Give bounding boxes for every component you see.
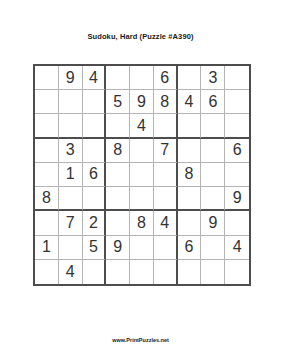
cell-r2c1 [35, 90, 59, 114]
cell-r5c1 [35, 163, 59, 187]
cell-r4c5 [130, 139, 154, 163]
cell-r8c3: 5 [83, 236, 107, 260]
cell-r4c9: 6 [225, 139, 249, 163]
cell-r6c8 [201, 187, 225, 211]
cell-r4c4: 8 [106, 139, 130, 163]
cell-r6c1: 8 [35, 187, 59, 211]
cell-r8c2 [59, 236, 83, 260]
cell-r8c9: 4 [225, 236, 249, 260]
cell-r1c8: 3 [201, 66, 225, 90]
cell-r1c9 [225, 66, 249, 90]
sudoku-grid: 946359846438761688972849159644 [33, 64, 251, 286]
cell-r7c5: 8 [130, 211, 154, 235]
cell-r7c2: 7 [59, 211, 83, 235]
cell-r5c5 [130, 163, 154, 187]
cell-r5c8 [201, 163, 225, 187]
cell-r8c8 [201, 236, 225, 260]
cell-r3c8 [201, 114, 225, 138]
cell-r4c3 [83, 139, 107, 163]
cell-r2c4: 5 [106, 90, 130, 114]
cell-r4c6: 7 [154, 139, 178, 163]
cell-r1c7 [178, 66, 202, 90]
cell-r9c8 [201, 260, 225, 284]
cell-r3c1 [35, 114, 59, 138]
cell-r5c6 [154, 163, 178, 187]
cell-r9c7 [178, 260, 202, 284]
cell-r1c5 [130, 66, 154, 90]
cell-r9c9 [225, 260, 249, 284]
cell-r7c1 [35, 211, 59, 235]
cell-r9c4 [106, 260, 130, 284]
cell-r6c4 [106, 187, 130, 211]
cell-r5c3: 6 [83, 163, 107, 187]
cell-r3c9 [225, 114, 249, 138]
cell-r4c1 [35, 139, 59, 163]
cell-r2c8: 6 [201, 90, 225, 114]
cell-r9c6 [154, 260, 178, 284]
cell-r7c3: 2 [83, 211, 107, 235]
cell-r1c1 [35, 66, 59, 90]
cell-r9c2: 4 [59, 260, 83, 284]
cell-r1c6: 6 [154, 66, 178, 90]
cell-r9c3 [83, 260, 107, 284]
cell-r2c6: 8 [154, 90, 178, 114]
puzzle-title: Sudoku, Hard (Puzzle #A390) [0, 32, 281, 41]
cell-r5c9 [225, 163, 249, 187]
cell-r4c8 [201, 139, 225, 163]
cell-r3c5: 4 [130, 114, 154, 138]
cell-r3c3 [83, 114, 107, 138]
cell-r5c2: 1 [59, 163, 83, 187]
cell-r6c3 [83, 187, 107, 211]
cell-r5c7: 8 [178, 163, 202, 187]
cell-r2c5: 9 [130, 90, 154, 114]
cell-r8c1: 1 [35, 236, 59, 260]
cell-r6c5 [130, 187, 154, 211]
cell-r8c6 [154, 236, 178, 260]
cell-r7c4 [106, 211, 130, 235]
cell-r8c4: 9 [106, 236, 130, 260]
cell-r6c6 [154, 187, 178, 211]
cell-r8c5 [130, 236, 154, 260]
cell-r5c4 [106, 163, 130, 187]
cell-r9c5 [130, 260, 154, 284]
cell-r3c4 [106, 114, 130, 138]
cell-r2c9 [225, 90, 249, 114]
cell-r3c6 [154, 114, 178, 138]
cell-r8c7: 6 [178, 236, 202, 260]
cell-r7c6: 4 [154, 211, 178, 235]
cell-r9c1 [35, 260, 59, 284]
cell-r6c7 [178, 187, 202, 211]
cell-r7c9 [225, 211, 249, 235]
cell-r6c2 [59, 187, 83, 211]
cell-r2c7: 4 [178, 90, 202, 114]
cell-r2c2 [59, 90, 83, 114]
cell-r3c7 [178, 114, 202, 138]
cell-r7c8: 9 [201, 211, 225, 235]
cell-r4c7 [178, 139, 202, 163]
sudoku-page: Sudoku, Hard (Puzzle #A390) 946359846438… [0, 0, 281, 363]
cell-r4c2: 3 [59, 139, 83, 163]
cell-r7c7 [178, 211, 202, 235]
site-footer: www.PrintPuzzles.net [0, 337, 281, 343]
cell-r3c2 [59, 114, 83, 138]
cell-r2c3 [83, 90, 107, 114]
cell-r6c9: 9 [225, 187, 249, 211]
cell-r1c4 [106, 66, 130, 90]
cell-r1c2: 9 [59, 66, 83, 90]
cell-r1c3: 4 [83, 66, 107, 90]
